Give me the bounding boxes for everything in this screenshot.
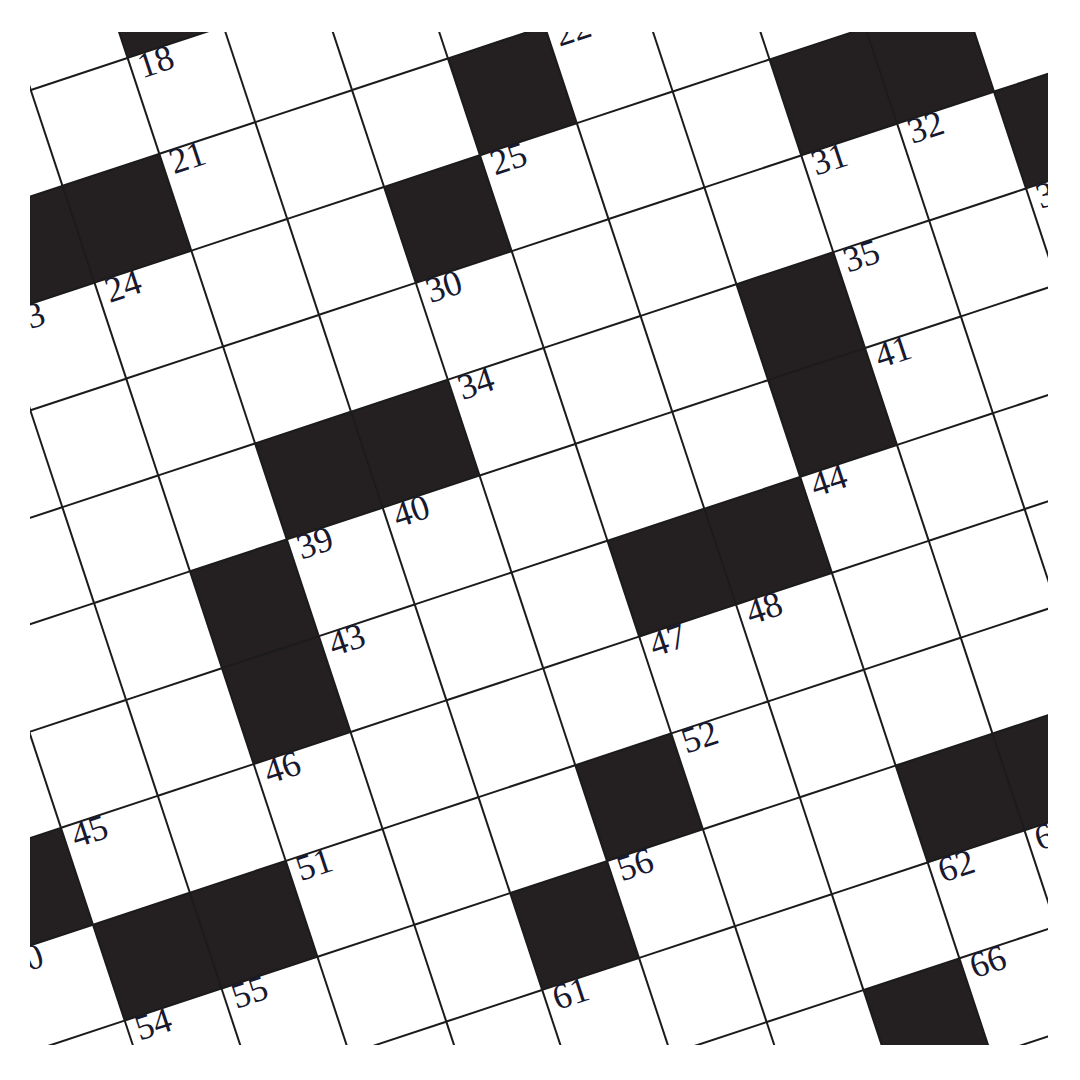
crossword-scan: 1821222324253031323435363940414344454647… <box>0 0 1080 1080</box>
crop-margin-left <box>0 0 30 1080</box>
crop-margin-top <box>0 0 1080 32</box>
crop-margin-bottom <box>0 1045 1080 1080</box>
crop-margin-right <box>1048 0 1080 1080</box>
crossword-board: 1821222324253031323435363940414344454647… <box>0 0 1080 1080</box>
